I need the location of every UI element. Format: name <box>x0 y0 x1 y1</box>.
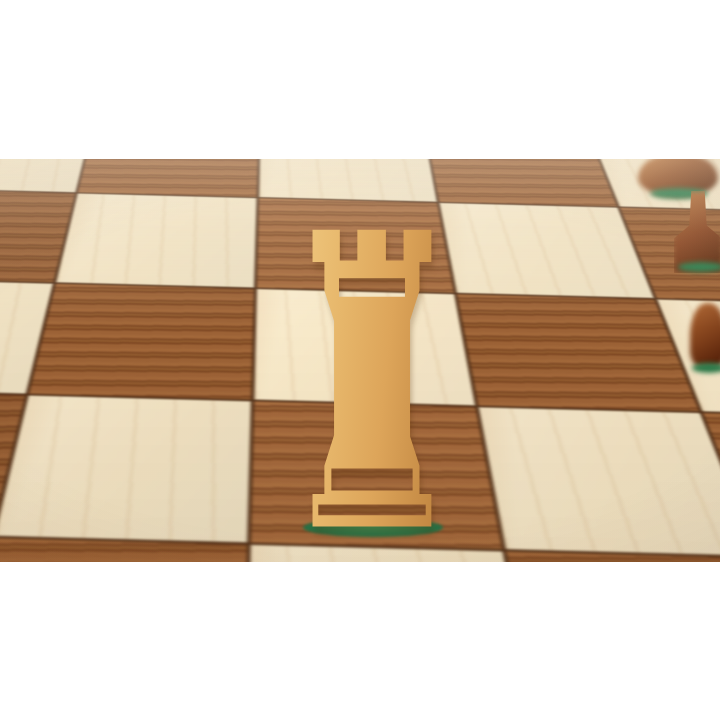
square-d6 <box>78 159 258 197</box>
blurred-piece-3-felt <box>692 363 720 373</box>
blurred-background-piece-3 <box>690 303 720 367</box>
product-photo-page: ♜ <box>0 0 720 720</box>
square-d3 <box>0 395 250 542</box>
square-d4 <box>29 284 253 400</box>
square-d5 <box>56 194 256 288</box>
chessboard-photo: ♜ <box>0 159 720 562</box>
square-f3 <box>479 407 720 556</box>
white-letterbox-bottom <box>0 562 720 720</box>
square-d2 <box>0 538 246 562</box>
white-rook: ♜ <box>268 183 476 562</box>
blurred-piece-2-felt <box>678 262 720 272</box>
white-letterbox-top <box>0 0 720 159</box>
